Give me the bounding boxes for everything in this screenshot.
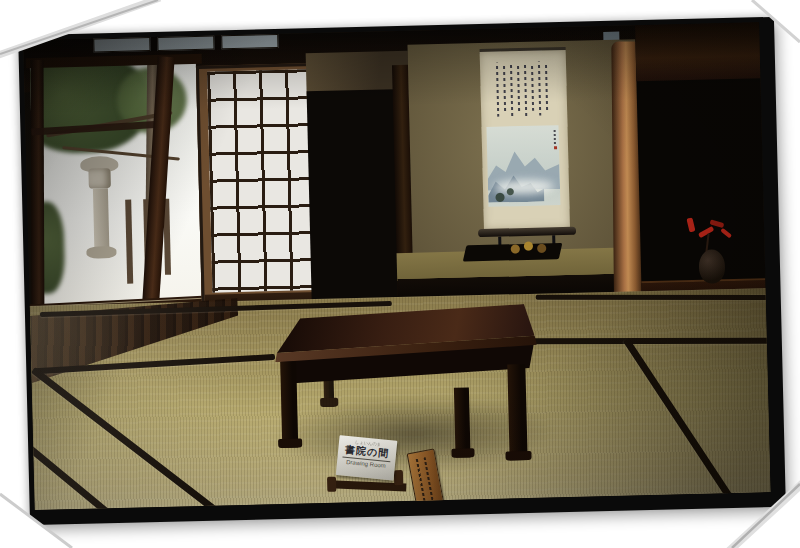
table-leg (507, 364, 527, 460)
stone-lantern (88, 168, 110, 189)
room-sign: しょいんのま 書院の間 Drawing Room (333, 433, 404, 497)
scroll-roller (478, 227, 576, 237)
dark-opening (307, 89, 400, 313)
table-leg (280, 362, 298, 448)
garden-view (30, 58, 202, 324)
shoji-lattice (207, 69, 315, 292)
low-wooden-table (272, 304, 544, 467)
sign-stand-foot (394, 470, 403, 485)
scroll-calligraphy (488, 61, 555, 121)
tatami-border (23, 436, 130, 510)
photo-frame: しょいんのま 書院の間 Drawing Room (18, 17, 786, 525)
sign-stand-foot (327, 477, 336, 492)
tatami-border (33, 354, 275, 374)
tatami-border (31, 367, 237, 510)
tatami-border (623, 337, 746, 510)
side-alcove (635, 22, 766, 313)
sign-card: しょいんのま 書院の間 Drawing Room (336, 435, 398, 480)
tokonoma-alcove (407, 39, 641, 310)
painting-inscription (554, 128, 556, 144)
tatami-border (231, 504, 647, 510)
flower-vase (699, 249, 726, 284)
table-leg (454, 387, 471, 457)
shoji-screen (196, 63, 322, 318)
tatami-border (536, 295, 768, 300)
room-photo: しょいんのま 書院の間 Drawing Room (23, 22, 770, 510)
photo-mat: しょいんのま 書院の間 Drawing Room (0, 0, 800, 548)
tatami-border (531, 338, 771, 344)
tokonoma-ornament (506, 240, 550, 254)
red-seal (554, 146, 557, 149)
ink-trees (492, 186, 518, 205)
glass-door-frame (31, 60, 45, 326)
alcove-beam (635, 22, 760, 81)
stone-lantern (93, 188, 109, 248)
hanging-scroll (477, 41, 572, 259)
mountain-painting (487, 125, 561, 207)
wood-veranda-strip (30, 298, 240, 383)
stone-lantern (86, 246, 116, 259)
